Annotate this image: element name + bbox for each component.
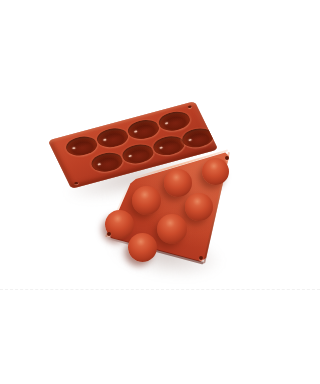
corner-hanging-hole: [225, 156, 229, 160]
corner-hanging-hole: [199, 256, 203, 260]
mould-cavity: [155, 109, 193, 134]
half-sphere-dome: [185, 193, 213, 221]
corner-hanging-hole: [187, 105, 192, 108]
mould-cavity: [87, 150, 125, 175]
mould-cavity: [118, 141, 156, 166]
faint-baseline-artifact: [0, 289, 320, 290]
mould-cavity: [124, 117, 162, 142]
half-sphere-dome: [132, 186, 161, 215]
half-sphere-dome: [157, 214, 187, 244]
half-sphere-dome: [128, 233, 157, 262]
corner-hanging-hole: [107, 232, 111, 236]
corner-hanging-hole: [74, 182, 79, 185]
half-sphere-dome: [164, 169, 192, 197]
mould-cavity: [93, 125, 131, 150]
product-photo-scene: [0, 0, 320, 384]
half-sphere-dome: [202, 158, 229, 185]
mould-cavity: [62, 133, 100, 158]
